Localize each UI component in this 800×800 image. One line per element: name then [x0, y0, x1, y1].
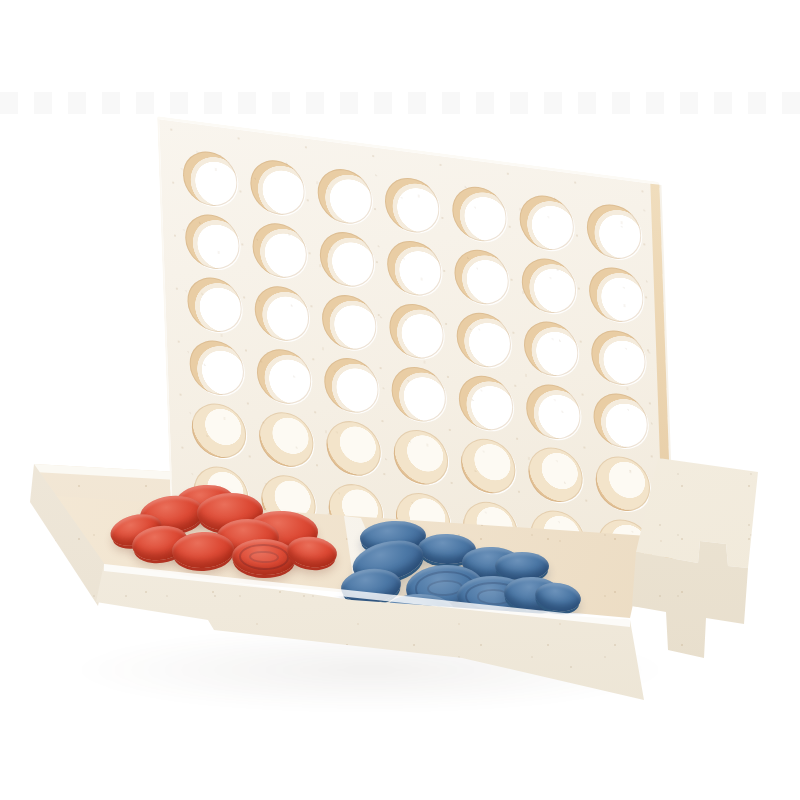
product-photo — [0, 0, 800, 800]
blue-disc — [495, 552, 549, 580]
disc-piles — [0, 0, 800, 800]
